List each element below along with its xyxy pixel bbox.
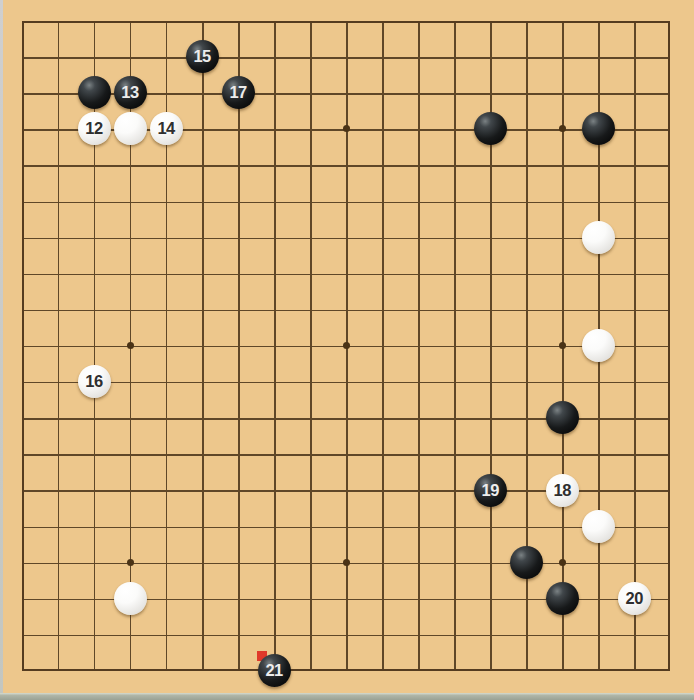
stone-black-C17 bbox=[78, 76, 111, 109]
intersection-D17: 13 bbox=[112, 75, 148, 111]
intersection-E16: 14 bbox=[148, 111, 184, 147]
stone-number: 15 bbox=[193, 47, 210, 66]
stone-white-E16: 14 bbox=[150, 112, 183, 145]
stone-white-R13 bbox=[582, 221, 615, 254]
intersection-C17 bbox=[76, 75, 112, 111]
stone-black-P4 bbox=[510, 546, 543, 579]
stone-black-D17: 13 bbox=[114, 76, 147, 109]
stone-black-R16 bbox=[582, 112, 615, 145]
stone-white-D16 bbox=[114, 112, 147, 145]
intersection-R10 bbox=[580, 328, 616, 364]
stone-number: 14 bbox=[157, 119, 174, 138]
intersection-D16 bbox=[112, 111, 148, 147]
star-point bbox=[112, 328, 148, 364]
intersection-R5 bbox=[580, 508, 616, 544]
stone-black-F18: 15 bbox=[186, 40, 219, 73]
intersection-G17: 17 bbox=[220, 75, 256, 111]
stone-white-S3: 20 bbox=[618, 582, 651, 615]
intersection-F18: 15 bbox=[184, 39, 220, 75]
star-point bbox=[328, 328, 364, 364]
bottom-edge-strip bbox=[0, 693, 694, 700]
star-point bbox=[544, 544, 580, 580]
stone-number: 20 bbox=[626, 589, 643, 608]
stone-white-C9: 16 bbox=[78, 365, 111, 398]
left-edge-strip bbox=[0, 0, 3, 700]
stone-number: 12 bbox=[85, 119, 102, 138]
stone-white-C16: 12 bbox=[78, 112, 111, 145]
go-board-screenshot: 13151719211214161820 bbox=[0, 0, 694, 700]
stone-number: 19 bbox=[482, 481, 499, 500]
stone-white-D3 bbox=[114, 582, 147, 615]
stone-grid: 13151719211214161820 bbox=[4, 3, 688, 689]
intersection-Q8 bbox=[544, 400, 580, 436]
intersection-H1: 21 bbox=[256, 653, 292, 689]
star-point bbox=[328, 544, 364, 580]
intersection-S3: 20 bbox=[616, 580, 652, 616]
stone-number: 17 bbox=[229, 83, 246, 102]
stone-number: 13 bbox=[121, 83, 138, 102]
star-point bbox=[112, 544, 148, 580]
intersection-D3 bbox=[112, 580, 148, 616]
stone-black-Q3 bbox=[546, 582, 579, 615]
intersection-Q3 bbox=[544, 580, 580, 616]
goban[interactable]: 13151719211214161820 bbox=[0, 0, 694, 700]
stone-number: 18 bbox=[554, 481, 571, 500]
intersection-O16 bbox=[472, 111, 508, 147]
stone-white-Q6: 18 bbox=[546, 474, 579, 507]
intersection-Q6: 18 bbox=[544, 472, 580, 508]
stone-white-R5 bbox=[582, 510, 615, 543]
stone-black-G17: 17 bbox=[222, 76, 255, 109]
star-point bbox=[328, 111, 364, 147]
intersection-C9: 16 bbox=[76, 364, 112, 400]
intersection-P4 bbox=[508, 544, 544, 580]
intersection-C16: 12 bbox=[76, 111, 112, 147]
stone-black-H1: 21 bbox=[258, 654, 291, 687]
intersection-O6: 19 bbox=[472, 472, 508, 508]
intersection-R13 bbox=[580, 219, 616, 255]
star-point bbox=[544, 328, 580, 364]
stone-number: 16 bbox=[85, 372, 102, 391]
intersection-R16 bbox=[580, 111, 616, 147]
stone-black-O16 bbox=[474, 112, 507, 145]
stone-black-O6: 19 bbox=[474, 474, 507, 507]
stone-white-R10 bbox=[582, 329, 615, 362]
stone-black-Q8 bbox=[546, 401, 579, 434]
stone-number: 21 bbox=[265, 661, 282, 680]
star-point bbox=[544, 111, 580, 147]
